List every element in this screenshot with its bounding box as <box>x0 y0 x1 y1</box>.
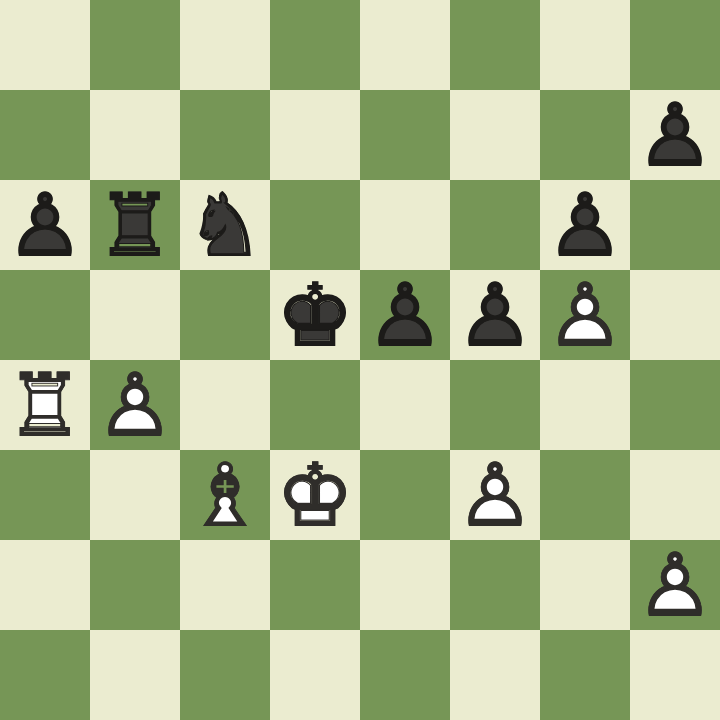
square-d7[interactable] <box>270 90 360 180</box>
square-c5[interactable] <box>180 270 270 360</box>
square-h8[interactable] <box>630 0 720 90</box>
piece-outline-glyph: ♗ <box>180 450 270 540</box>
square-e3[interactable] <box>360 450 450 540</box>
square-g7[interactable] <box>540 90 630 180</box>
square-d6[interactable] <box>270 180 360 270</box>
piece-outline-glyph: ♙ <box>90 360 180 450</box>
square-e5[interactable]: ♟♙ <box>360 270 450 360</box>
piece-outline-glyph: ♖ <box>0 360 90 450</box>
square-g6[interactable]: ♟♙ <box>540 180 630 270</box>
square-f8[interactable] <box>450 0 540 90</box>
square-d5[interactable]: ♚♔ <box>270 270 360 360</box>
square-b6[interactable]: ♜♖ <box>90 180 180 270</box>
square-c8[interactable] <box>180 0 270 90</box>
white-king[interactable]: ♚♔ <box>270 450 360 540</box>
square-f1[interactable] <box>450 630 540 720</box>
square-g4[interactable] <box>540 360 630 450</box>
black-rook[interactable]: ♜♖ <box>90 180 180 270</box>
square-b8[interactable] <box>90 0 180 90</box>
square-e8[interactable] <box>360 0 450 90</box>
square-g8[interactable] <box>540 0 630 90</box>
square-a2[interactable] <box>0 540 90 630</box>
square-c2[interactable] <box>180 540 270 630</box>
piece-outline-glyph: ♙ <box>450 450 540 540</box>
square-h6[interactable] <box>630 180 720 270</box>
piece-outline-glyph: ♙ <box>630 540 720 630</box>
square-e1[interactable] <box>360 630 450 720</box>
white-pawn[interactable]: ♟♙ <box>540 270 630 360</box>
square-h5[interactable] <box>630 270 720 360</box>
black-knight[interactable]: ♞♘ <box>180 180 270 270</box>
square-c3[interactable]: ♝♗ <box>180 450 270 540</box>
square-d2[interactable] <box>270 540 360 630</box>
square-a1[interactable] <box>0 630 90 720</box>
square-e7[interactable] <box>360 90 450 180</box>
piece-outline-glyph: ♙ <box>540 180 630 270</box>
square-c6[interactable]: ♞♘ <box>180 180 270 270</box>
white-pawn[interactable]: ♟♙ <box>90 360 180 450</box>
square-h2[interactable]: ♟♙ <box>630 540 720 630</box>
square-g5[interactable]: ♟♙ <box>540 270 630 360</box>
piece-outline-glyph: ♙ <box>360 270 450 360</box>
square-g2[interactable] <box>540 540 630 630</box>
black-pawn[interactable]: ♟♙ <box>630 90 720 180</box>
white-bishop[interactable]: ♝♗ <box>180 450 270 540</box>
square-d8[interactable] <box>270 0 360 90</box>
square-a4[interactable]: ♜♖ <box>0 360 90 450</box>
piece-outline-glyph: ♖ <box>90 180 180 270</box>
piece-outline-glyph: ♔ <box>270 450 360 540</box>
square-d3[interactable]: ♚♔ <box>270 450 360 540</box>
square-b3[interactable] <box>90 450 180 540</box>
piece-outline-glyph: ♔ <box>270 270 360 360</box>
black-pawn[interactable]: ♟♙ <box>360 270 450 360</box>
square-c4[interactable] <box>180 360 270 450</box>
black-pawn[interactable]: ♟♙ <box>0 180 90 270</box>
white-pawn[interactable]: ♟♙ <box>630 540 720 630</box>
square-a8[interactable] <box>0 0 90 90</box>
square-a3[interactable] <box>0 450 90 540</box>
square-f6[interactable] <box>450 180 540 270</box>
square-h4[interactable] <box>630 360 720 450</box>
piece-outline-glyph: ♙ <box>630 90 720 180</box>
square-a5[interactable] <box>0 270 90 360</box>
square-c1[interactable] <box>180 630 270 720</box>
piece-outline-glyph: ♙ <box>540 270 630 360</box>
piece-outline-glyph: ♘ <box>180 180 270 270</box>
square-b1[interactable] <box>90 630 180 720</box>
square-b5[interactable] <box>90 270 180 360</box>
square-f5[interactable]: ♟♙ <box>450 270 540 360</box>
square-e6[interactable] <box>360 180 450 270</box>
square-f7[interactable] <box>450 90 540 180</box>
square-e4[interactable] <box>360 360 450 450</box>
square-d1[interactable] <box>270 630 360 720</box>
square-a6[interactable]: ♟♙ <box>0 180 90 270</box>
square-f2[interactable] <box>450 540 540 630</box>
piece-outline-glyph: ♙ <box>0 180 90 270</box>
square-h1[interactable] <box>630 630 720 720</box>
square-a7[interactable] <box>0 90 90 180</box>
square-h7[interactable]: ♟♙ <box>630 90 720 180</box>
square-b2[interactable] <box>90 540 180 630</box>
white-rook[interactable]: ♜♖ <box>0 360 90 450</box>
square-h3[interactable] <box>630 450 720 540</box>
black-pawn[interactable]: ♟♙ <box>450 270 540 360</box>
square-c7[interactable] <box>180 90 270 180</box>
black-pawn[interactable]: ♟♙ <box>540 180 630 270</box>
square-f4[interactable] <box>450 360 540 450</box>
white-pawn[interactable]: ♟♙ <box>450 450 540 540</box>
square-b4[interactable]: ♟♙ <box>90 360 180 450</box>
square-b7[interactable] <box>90 90 180 180</box>
square-g3[interactable] <box>540 450 630 540</box>
square-f3[interactable]: ♟♙ <box>450 450 540 540</box>
black-king[interactable]: ♚♔ <box>270 270 360 360</box>
square-g1[interactable] <box>540 630 630 720</box>
chess-board: ♟♙♟♙♜♖♞♘♟♙♚♔♟♙♟♙♟♙♜♖♟♙♝♗♚♔♟♙♟♙ <box>0 0 720 720</box>
piece-outline-glyph: ♙ <box>450 270 540 360</box>
square-e2[interactable] <box>360 540 450 630</box>
square-d4[interactable] <box>270 360 360 450</box>
